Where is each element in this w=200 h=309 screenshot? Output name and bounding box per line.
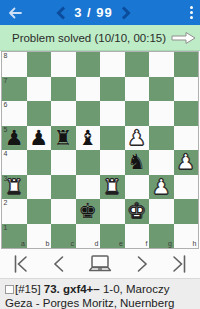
file-label-b: b bbox=[46, 240, 50, 248]
square-a8[interactable]: 8 bbox=[2, 52, 27, 77]
square-g3[interactable]: ♟ bbox=[149, 175, 174, 200]
black-pawn-b5[interactable]: ♟ bbox=[27, 126, 52, 151]
square-d6[interactable] bbox=[76, 101, 101, 126]
problem-counter: 3 / 99 bbox=[74, 5, 113, 20]
problem-counter-group: 3 / 99 bbox=[56, 5, 131, 20]
square-a3[interactable]: 3♜ bbox=[2, 175, 27, 200]
square-e1[interactable]: e bbox=[100, 224, 125, 249]
square-e6[interactable] bbox=[100, 101, 125, 126]
square-h6[interactable] bbox=[174, 101, 199, 126]
white-king-f2[interactable]: ♚ bbox=[125, 199, 150, 224]
engine-computer-icon[interactable] bbox=[88, 254, 112, 273]
square-e3[interactable]: ♜ bbox=[100, 175, 125, 200]
caption-move: 73. gxf4+– bbox=[44, 283, 100, 295]
caption-ref: [#15] bbox=[15, 283, 44, 295]
status-text: Problem solved (10/10, 00:15) bbox=[0, 32, 168, 44]
square-c3[interactable] bbox=[51, 175, 76, 200]
rank-label-6: 6 bbox=[4, 101, 8, 109]
square-e4[interactable] bbox=[100, 150, 125, 175]
square-g4[interactable] bbox=[149, 150, 174, 175]
square-a7[interactable]: 7 bbox=[2, 77, 27, 102]
square-g2[interactable] bbox=[149, 199, 174, 224]
square-e8[interactable] bbox=[100, 52, 125, 77]
square-a5[interactable]: 5♟ bbox=[2, 126, 27, 151]
caption-checkbox[interactable] bbox=[5, 285, 14, 294]
file-label-c: c bbox=[71, 240, 75, 248]
chess-board: 8765♟♟♜♝♟4♞♟3♜♜♟2♚♚1abcdefgh bbox=[1, 51, 199, 249]
square-e5[interactable] bbox=[100, 126, 125, 151]
next-arrow-icon[interactable] bbox=[168, 30, 200, 46]
file-label-d: d bbox=[95, 240, 99, 248]
square-h1[interactable]: h bbox=[174, 224, 199, 249]
square-c4[interactable] bbox=[51, 150, 76, 175]
square-h3[interactable] bbox=[174, 175, 199, 200]
go-to-start-icon[interactable] bbox=[13, 255, 28, 273]
file-label-h: h bbox=[193, 240, 197, 248]
game-caption: [#15] 73. gxf4+– 1-0, Maroczy Geza - Por… bbox=[0, 279, 200, 309]
square-b1[interactable]: b bbox=[27, 224, 52, 249]
square-b6[interactable] bbox=[27, 101, 52, 126]
rank-label-4: 4 bbox=[4, 150, 8, 158]
step-back-icon[interactable] bbox=[53, 255, 64, 273]
go-to-end-icon[interactable] bbox=[172, 255, 187, 273]
square-d1[interactable]: d bbox=[76, 224, 101, 249]
square-h8[interactable] bbox=[174, 52, 199, 77]
square-c5[interactable]: ♜ bbox=[51, 126, 76, 151]
file-label-g: g bbox=[168, 240, 172, 248]
rank-label-2: 2 bbox=[4, 199, 8, 207]
square-f3[interactable] bbox=[125, 175, 150, 200]
square-f7[interactable] bbox=[125, 77, 150, 102]
black-king-d2[interactable]: ♚ bbox=[76, 199, 101, 224]
black-rook-c5[interactable]: ♜ bbox=[51, 126, 76, 151]
square-h4[interactable]: ♟ bbox=[174, 150, 199, 175]
square-d8[interactable] bbox=[76, 52, 101, 77]
square-c1[interactable]: c bbox=[51, 224, 76, 249]
square-g8[interactable] bbox=[149, 52, 174, 77]
status-bar: Problem solved (10/10, 00:15) bbox=[0, 25, 200, 51]
square-g5[interactable] bbox=[149, 126, 174, 151]
square-c6[interactable] bbox=[51, 101, 76, 126]
square-e2[interactable] bbox=[100, 199, 125, 224]
app-bar: 3 / 99 bbox=[0, 0, 200, 25]
square-d7[interactable] bbox=[76, 77, 101, 102]
square-b7[interactable] bbox=[27, 77, 52, 102]
rank-label-8: 8 bbox=[4, 52, 8, 60]
square-a1[interactable]: 1a bbox=[2, 224, 27, 249]
white-rook-e3[interactable]: ♜ bbox=[100, 175, 125, 200]
square-f2[interactable]: ♚ bbox=[125, 199, 150, 224]
board-area: 8765♟♟♜♝♟4♞♟3♜♜♟2♚♚1abcdefgh bbox=[0, 51, 200, 249]
square-d5[interactable]: ♝ bbox=[76, 126, 101, 151]
white-pawn-f5[interactable]: ♟ bbox=[125, 126, 150, 151]
square-b4[interactable] bbox=[27, 150, 52, 175]
rank-label-7: 7 bbox=[4, 77, 8, 85]
move-nav-bar bbox=[0, 249, 200, 279]
black-bishop-d5[interactable]: ♝ bbox=[76, 126, 101, 151]
square-a6[interactable]: 6 bbox=[2, 101, 27, 126]
next-problem-icon[interactable] bbox=[121, 6, 131, 20]
square-a2[interactable]: 2 bbox=[2, 199, 27, 224]
square-d4[interactable] bbox=[76, 150, 101, 175]
back-icon[interactable] bbox=[7, 6, 23, 20]
square-h2[interactable] bbox=[174, 199, 199, 224]
rank-label-1: 1 bbox=[4, 224, 8, 232]
square-c7[interactable] bbox=[51, 77, 76, 102]
square-a4[interactable]: 4 bbox=[2, 150, 27, 175]
square-c8[interactable] bbox=[51, 52, 76, 77]
white-pawn-h4[interactable]: ♟ bbox=[174, 150, 199, 175]
square-b2[interactable] bbox=[27, 199, 52, 224]
square-b3[interactable] bbox=[27, 175, 52, 200]
square-f1[interactable]: f bbox=[125, 224, 150, 249]
black-pawn-a5[interactable]: ♟ bbox=[2, 126, 27, 151]
square-d2[interactable]: ♚ bbox=[76, 199, 101, 224]
white-pawn-g3[interactable]: ♟ bbox=[149, 175, 174, 200]
file-label-f: f bbox=[146, 240, 148, 248]
square-g7[interactable] bbox=[149, 77, 174, 102]
square-f4[interactable]: ♞ bbox=[125, 150, 150, 175]
square-h5[interactable] bbox=[174, 126, 199, 151]
square-b5[interactable]: ♟ bbox=[27, 126, 52, 151]
white-rook-a3[interactable]: ♜ bbox=[2, 175, 27, 200]
square-f6[interactable] bbox=[125, 101, 150, 126]
square-g6[interactable] bbox=[149, 101, 174, 126]
file-label-e: e bbox=[119, 240, 123, 248]
square-f5[interactable]: ♟ bbox=[125, 126, 150, 151]
overflow-menu-icon[interactable] bbox=[190, 6, 193, 19]
square-f8[interactable] bbox=[125, 52, 150, 77]
file-label-a: a bbox=[21, 240, 25, 248]
square-e7[interactable] bbox=[100, 77, 125, 102]
black-knight-f4[interactable]: ♞ bbox=[125, 150, 150, 175]
step-forward-icon[interactable] bbox=[137, 255, 148, 273]
square-g1[interactable]: g bbox=[149, 224, 174, 249]
grid-menu-icon[interactable] bbox=[164, 7, 176, 19]
square-b8[interactable] bbox=[27, 52, 52, 77]
prev-problem-icon[interactable] bbox=[56, 6, 66, 20]
square-h7[interactable] bbox=[174, 77, 199, 102]
square-c2[interactable] bbox=[51, 199, 76, 224]
square-d3[interactable] bbox=[76, 175, 101, 200]
